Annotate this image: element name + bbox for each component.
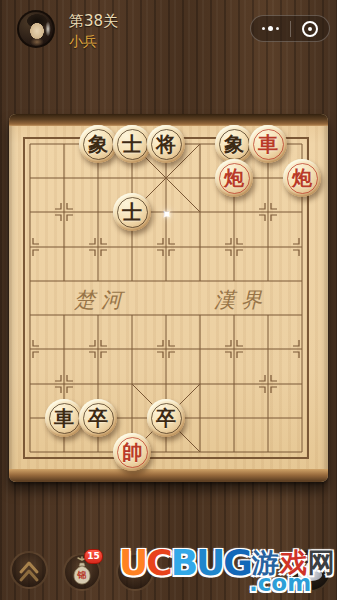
miniprogram-capsule — [250, 15, 330, 42]
piece-ring — [83, 129, 114, 160]
piece-black-elephant[interactable]: 象 — [79, 125, 117, 163]
more-dots-icon — [268, 26, 273, 31]
exit-button[interactable] — [291, 21, 330, 37]
piece-ring — [253, 129, 284, 160]
piece-black-pawn[interactable]: 卒 — [147, 399, 185, 437]
piece-ring — [151, 129, 182, 160]
piece-black-elephant[interactable]: 象 — [215, 125, 253, 163]
rank-label: 小兵 — [69, 33, 97, 51]
piece-black-general[interactable]: 将 — [147, 125, 185, 163]
piece-black-chariot[interactable]: 車 — [45, 399, 83, 437]
bag-character: 锦 — [77, 570, 87, 580]
piece-red-general[interactable]: 帥 — [113, 433, 151, 471]
piece-ring — [49, 403, 80, 434]
level-label: 第38关 — [69, 12, 118, 31]
piece-black-advisor[interactable]: 士 — [113, 125, 151, 163]
collapse-menu-button[interactable] — [10, 551, 48, 589]
piece-ring — [117, 197, 148, 228]
piece-red-cannon[interactable]: 炮 — [283, 159, 321, 197]
piece-ring — [117, 437, 148, 468]
piece-red-cannon[interactable]: 炮 — [215, 159, 253, 197]
xiangqi-app-screen: 第38关 小兵 楚河漢界 象士将象車炮炮士車卒卒帥 ✦ 锦 15 — [0, 0, 337, 600]
more-dots-icon — [276, 27, 279, 30]
piece-black-advisor[interactable]: 士 — [113, 193, 151, 231]
piece-ring — [83, 403, 114, 434]
sparkle-effect: ✦ — [157, 204, 177, 224]
piece-ring — [117, 129, 148, 160]
player-avatar[interactable] — [17, 10, 55, 48]
piece-ring — [219, 163, 250, 194]
piece-black-pawn[interactable]: 卒 — [79, 399, 117, 437]
piece-ring — [151, 403, 182, 434]
reward-ingot-button[interactable] — [288, 548, 332, 592]
piece-ring — [219, 129, 250, 160]
hint-count-badge: 15 — [84, 549, 103, 564]
more-dots-icon — [262, 27, 265, 30]
exit-circle-icon — [302, 21, 318, 37]
piece-red-chariot[interactable]: 車 — [249, 125, 287, 163]
more-options-button[interactable] — [251, 26, 290, 31]
chevron-up-icon — [12, 553, 46, 587]
pieces-layer: 象士将象車炮炮士車卒卒帥 — [0, 0, 337, 600]
toolbar-button-3[interactable] — [116, 553, 154, 591]
piece-ring — [287, 163, 318, 194]
